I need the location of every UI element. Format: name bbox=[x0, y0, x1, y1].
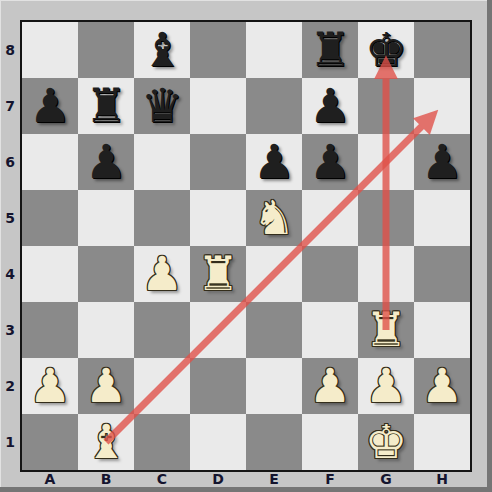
square-c6[interactable] bbox=[134, 134, 190, 190]
rank-label-1: 1 bbox=[0, 414, 20, 470]
square-a7[interactable]: ♟ bbox=[22, 78, 78, 134]
black-king: ♚ bbox=[358, 22, 414, 78]
square-d8[interactable] bbox=[190, 22, 246, 78]
square-c5[interactable] bbox=[134, 190, 190, 246]
file-label-h: H bbox=[414, 470, 470, 490]
square-g1[interactable]: ♚ bbox=[358, 414, 414, 470]
square-a2[interactable]: ♟ bbox=[22, 358, 78, 414]
square-d2[interactable] bbox=[190, 358, 246, 414]
board: ♝♜♚♟♜♛♟♟♟♟♟♞♟♜♜♟♟♟♟♟♝♚ bbox=[22, 22, 470, 470]
file-label-b: B bbox=[78, 470, 134, 490]
file-label-c: C bbox=[134, 470, 190, 490]
white-king: ♚ bbox=[358, 414, 414, 470]
square-a5[interactable] bbox=[22, 190, 78, 246]
square-f6[interactable]: ♟ bbox=[302, 134, 358, 190]
square-h7[interactable] bbox=[414, 78, 470, 134]
square-h4[interactable] bbox=[414, 246, 470, 302]
rank-label-2: 2 bbox=[0, 358, 20, 414]
rank-label-6: 6 bbox=[0, 134, 20, 190]
square-a8[interactable] bbox=[22, 22, 78, 78]
white-pawn: ♟ bbox=[134, 246, 190, 302]
square-e8[interactable] bbox=[246, 22, 302, 78]
square-c8[interactable]: ♝ bbox=[134, 22, 190, 78]
square-b5[interactable] bbox=[78, 190, 134, 246]
square-e2[interactable] bbox=[246, 358, 302, 414]
black-rook: ♜ bbox=[302, 22, 358, 78]
square-d4[interactable]: ♜ bbox=[190, 246, 246, 302]
square-e6[interactable]: ♟ bbox=[246, 134, 302, 190]
square-f7[interactable]: ♟ bbox=[302, 78, 358, 134]
black-bishop: ♝ bbox=[134, 22, 190, 78]
square-a4[interactable] bbox=[22, 246, 78, 302]
square-h3[interactable] bbox=[414, 302, 470, 358]
rank-label-3: 3 bbox=[0, 302, 20, 358]
square-c7[interactable]: ♛ bbox=[134, 78, 190, 134]
square-b7[interactable]: ♜ bbox=[78, 78, 134, 134]
file-label-f: F bbox=[302, 470, 358, 490]
rank-labels: 87654321 bbox=[0, 22, 20, 470]
square-b1[interactable]: ♝ bbox=[78, 414, 134, 470]
square-g6[interactable] bbox=[358, 134, 414, 190]
square-b6[interactable]: ♟ bbox=[78, 134, 134, 190]
white-bishop: ♝ bbox=[78, 414, 134, 470]
square-g7[interactable] bbox=[358, 78, 414, 134]
square-f3[interactable] bbox=[302, 302, 358, 358]
square-g2[interactable]: ♟ bbox=[358, 358, 414, 414]
file-label-a: A bbox=[22, 470, 78, 490]
square-a6[interactable] bbox=[22, 134, 78, 190]
chess-diagram-frame: 87654321 ♝♜♚♟♜♛♟♟♟♟♟♞♟♜♜♟♟♟♟♟♝♚ ABCDEFGH bbox=[0, 0, 492, 492]
black-rook: ♜ bbox=[78, 78, 134, 134]
white-rook: ♜ bbox=[190, 246, 246, 302]
black-pawn: ♟ bbox=[22, 78, 78, 134]
square-e4[interactable] bbox=[246, 246, 302, 302]
square-e1[interactable] bbox=[246, 414, 302, 470]
square-f5[interactable] bbox=[302, 190, 358, 246]
black-pawn: ♟ bbox=[414, 134, 470, 190]
board-border: ♝♜♚♟♜♛♟♟♟♟♟♞♟♜♜♟♟♟♟♟♝♚ bbox=[20, 20, 472, 472]
square-d6[interactable] bbox=[190, 134, 246, 190]
square-g3[interactable]: ♜ bbox=[358, 302, 414, 358]
square-g5[interactable] bbox=[358, 190, 414, 246]
white-pawn: ♟ bbox=[78, 358, 134, 414]
square-f2[interactable]: ♟ bbox=[302, 358, 358, 414]
square-a1[interactable] bbox=[22, 414, 78, 470]
square-f4[interactable] bbox=[302, 246, 358, 302]
square-b4[interactable] bbox=[78, 246, 134, 302]
square-d5[interactable] bbox=[190, 190, 246, 246]
square-f1[interactable] bbox=[302, 414, 358, 470]
square-b3[interactable] bbox=[78, 302, 134, 358]
white-pawn: ♟ bbox=[302, 358, 358, 414]
square-b8[interactable] bbox=[78, 22, 134, 78]
white-pawn: ♟ bbox=[414, 358, 470, 414]
black-pawn: ♟ bbox=[78, 134, 134, 190]
white-pawn: ♟ bbox=[22, 358, 78, 414]
file-label-d: D bbox=[190, 470, 246, 490]
square-b2[interactable]: ♟ bbox=[78, 358, 134, 414]
black-pawn: ♟ bbox=[246, 134, 302, 190]
square-h8[interactable] bbox=[414, 22, 470, 78]
rank-label-8: 8 bbox=[0, 22, 20, 78]
square-c2[interactable] bbox=[134, 358, 190, 414]
square-c3[interactable] bbox=[134, 302, 190, 358]
square-g8[interactable]: ♚ bbox=[358, 22, 414, 78]
rank-label-5: 5 bbox=[0, 190, 20, 246]
rank-label-7: 7 bbox=[0, 78, 20, 134]
square-h1[interactable] bbox=[414, 414, 470, 470]
square-g4[interactable] bbox=[358, 246, 414, 302]
white-rook: ♜ bbox=[358, 302, 414, 358]
square-d3[interactable] bbox=[190, 302, 246, 358]
white-knight: ♞ bbox=[246, 190, 302, 246]
square-h5[interactable] bbox=[414, 190, 470, 246]
square-h6[interactable]: ♟ bbox=[414, 134, 470, 190]
square-c4[interactable]: ♟ bbox=[134, 246, 190, 302]
square-d7[interactable] bbox=[190, 78, 246, 134]
square-f8[interactable]: ♜ bbox=[302, 22, 358, 78]
white-pawn: ♟ bbox=[358, 358, 414, 414]
file-label-g: G bbox=[358, 470, 414, 490]
square-h2[interactable]: ♟ bbox=[414, 358, 470, 414]
square-d1[interactable] bbox=[190, 414, 246, 470]
square-e7[interactable] bbox=[246, 78, 302, 134]
square-e3[interactable] bbox=[246, 302, 302, 358]
square-a3[interactable] bbox=[22, 302, 78, 358]
square-e5[interactable]: ♞ bbox=[246, 190, 302, 246]
file-label-e: E bbox=[246, 470, 302, 490]
black-pawn: ♟ bbox=[302, 78, 358, 134]
square-c1[interactable] bbox=[134, 414, 190, 470]
rank-label-4: 4 bbox=[0, 246, 20, 302]
black-queen: ♛ bbox=[134, 78, 190, 134]
file-labels: ABCDEFGH bbox=[22, 470, 470, 490]
black-pawn: ♟ bbox=[302, 134, 358, 190]
